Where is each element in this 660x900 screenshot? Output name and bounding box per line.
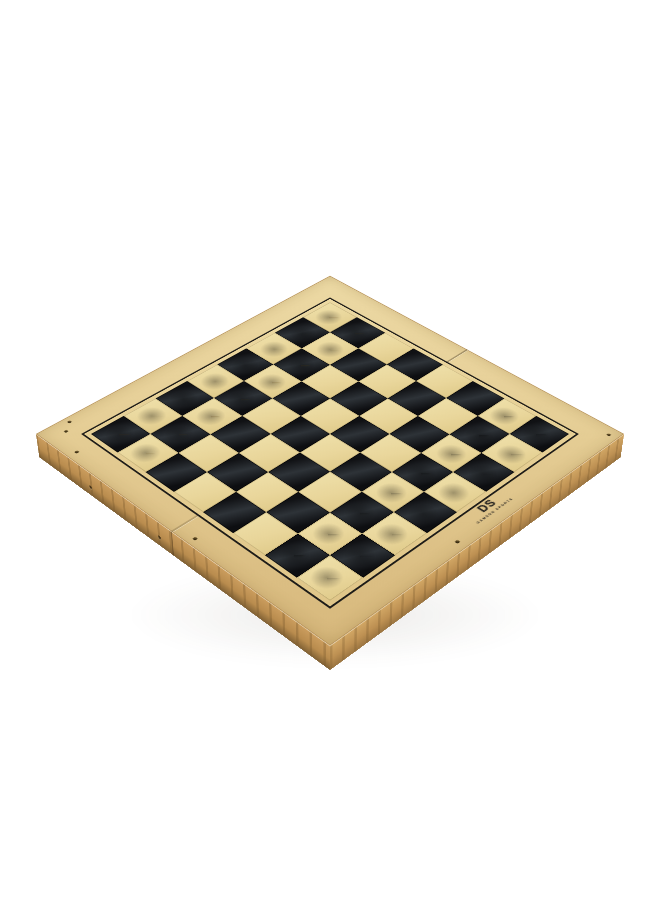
screw-icon	[74, 450, 80, 454]
folding-chessboard: DS GAMSON SPORTS ♜♟♟♜♞♟♟♞♝♟♟♝♚♟♟♚♛♟♟♛♝♟♟…	[36, 276, 624, 646]
chess-board-grid[interactable]: ♜♟♟♜♞♟♟♞♝♟♟♝♚♟♟♚♛♟♟♛♝♟♟♝♞♟♟♞♜♟♟♜	[91, 302, 569, 600]
side-fold-seam	[171, 531, 174, 556]
photo-stage: DS GAMSON SPORTS ♜♟♟♜♞♟♟♞♝♟♟♝♚♟♟♚♛♟♟♛♝♟♟…	[0, 0, 660, 900]
screw-icon	[606, 433, 612, 436]
chessboard-3d-wrap: DS GAMSON SPORTS ♜♟♟♜♞♟♟♞♝♟♟♝♚♟♟♚♛♟♟♛♝♟♟…	[122, 226, 538, 642]
square-a4[interactable]	[174, 472, 237, 512]
side-hole-icon	[89, 484, 92, 489]
side-hole-icon	[158, 534, 161, 539]
squares-border: ♜♟♟♜♞♟♟♞♝♟♟♝♚♟♟♚♛♟♟♛♝♟♟♝♞♟♟♞♜♟♟♜	[81, 297, 579, 608]
screw-icon	[67, 420, 73, 423]
board-top-face: DS GAMSON SPORTS ♜♟♟♜♞♟♟♞♝♟♟♝♚♟♟♚♛♟♟♛♝♟♟…	[36, 276, 624, 646]
screw-icon	[63, 430, 69, 433]
screw-icon	[192, 537, 198, 541]
screw-icon	[454, 540, 460, 544]
